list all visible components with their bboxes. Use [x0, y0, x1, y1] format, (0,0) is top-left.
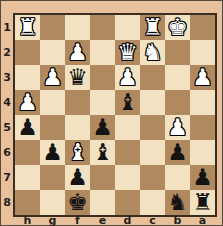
square-e4[interactable] — [90, 90, 115, 115]
square-a1[interactable] — [190, 15, 215, 40]
file-label-c: c — [140, 215, 165, 226]
white-rook-c1: ♜ — [140, 15, 165, 40]
rank-label-5: 5 — [1, 115, 12, 140]
square-h1[interactable]: ♜ — [15, 15, 40, 40]
chess-board: ♜♜♚♟♛♞♟♛♟♟♟♝♟♟♟♟♝♝♟♟♟♚♞♜ — [13, 13, 217, 217]
square-c2[interactable]: ♞ — [140, 40, 165, 65]
square-h6[interactable] — [15, 140, 40, 165]
square-c7[interactable] — [140, 165, 165, 190]
black-queen-f3: ♛ — [65, 65, 90, 90]
square-e1[interactable] — [90, 15, 115, 40]
square-f3[interactable]: ♛ — [65, 65, 90, 90]
square-f8[interactable]: ♚ — [65, 190, 90, 215]
square-d5[interactable] — [115, 115, 140, 140]
file-label-f: f — [65, 215, 90, 226]
square-g1[interactable] — [40, 15, 65, 40]
file-label-a: a — [190, 215, 215, 226]
black-bishop-e6: ♝ — [90, 140, 115, 165]
square-e2[interactable] — [90, 40, 115, 65]
square-h3[interactable] — [15, 65, 40, 90]
rank-label-2: 2 — [1, 40, 12, 65]
square-h2[interactable] — [15, 40, 40, 65]
square-e7[interactable] — [90, 165, 115, 190]
square-b8[interactable]: ♞ — [165, 190, 190, 215]
square-c3[interactable] — [140, 65, 165, 90]
black-pawn-f7: ♟ — [65, 165, 90, 190]
black-pawn-b6: ♟ — [165, 140, 190, 165]
rank-label-7: 7 — [1, 165, 12, 190]
square-g6[interactable]: ♟ — [40, 140, 65, 165]
white-pawn-d3: ♟ — [115, 65, 140, 90]
black-pawn-e5: ♟ — [90, 115, 115, 140]
square-h4[interactable]: ♟ — [15, 90, 40, 115]
file-labels: hgfedcba — [15, 215, 215, 226]
square-a5[interactable] — [190, 115, 215, 140]
square-c6[interactable] — [140, 140, 165, 165]
square-d6[interactable] — [115, 140, 140, 165]
white-pawn-a3: ♟ — [190, 65, 215, 90]
rank-label-4: 4 — [1, 90, 12, 115]
square-c8[interactable] — [140, 190, 165, 215]
square-g3[interactable]: ♟ — [40, 65, 65, 90]
white-bishop-f6: ♝ — [65, 140, 90, 165]
square-e6[interactable]: ♝ — [90, 140, 115, 165]
square-a4[interactable] — [190, 90, 215, 115]
square-g7[interactable] — [40, 165, 65, 190]
square-a7[interactable]: ♟ — [190, 165, 215, 190]
square-b2[interactable] — [165, 40, 190, 65]
square-f6[interactable]: ♝ — [65, 140, 90, 165]
rank-label-8: 8 — [1, 190, 12, 215]
white-king-b1: ♚ — [165, 15, 190, 40]
black-rook-a8: ♜ — [190, 190, 215, 215]
square-d7[interactable] — [115, 165, 140, 190]
square-a3[interactable]: ♟ — [190, 65, 215, 90]
rank-label-6: 6 — [1, 140, 12, 165]
square-h5[interactable]: ♟ — [15, 115, 40, 140]
square-d4[interactable]: ♝ — [115, 90, 140, 115]
square-d2[interactable]: ♛ — [115, 40, 140, 65]
square-h8[interactable] — [15, 190, 40, 215]
square-f2[interactable]: ♟ — [65, 40, 90, 65]
square-d3[interactable]: ♟ — [115, 65, 140, 90]
black-knight-b8: ♞ — [165, 190, 190, 215]
square-f7[interactable]: ♟ — [65, 165, 90, 190]
rank-labels: 12345678 — [1, 15, 12, 215]
white-knight-c2: ♞ — [140, 40, 165, 65]
square-f1[interactable] — [65, 15, 90, 40]
white-pawn-g3: ♟ — [40, 65, 65, 90]
white-queen-d2: ♛ — [115, 40, 140, 65]
file-label-b: b — [165, 215, 190, 226]
square-b6[interactable]: ♟ — [165, 140, 190, 165]
black-king-f8: ♚ — [65, 190, 90, 215]
white-rook-h1: ♜ — [15, 15, 40, 40]
square-g2[interactable] — [40, 40, 65, 65]
square-c5[interactable] — [140, 115, 165, 140]
square-f4[interactable] — [65, 90, 90, 115]
square-e5[interactable]: ♟ — [90, 115, 115, 140]
white-pawn-f2: ♟ — [65, 40, 90, 65]
white-pawn-h4: ♟ — [15, 90, 40, 115]
square-g8[interactable] — [40, 190, 65, 215]
square-d8[interactable] — [115, 190, 140, 215]
square-e3[interactable] — [90, 65, 115, 90]
square-b3[interactable] — [165, 65, 190, 90]
square-c4[interactable] — [140, 90, 165, 115]
square-g4[interactable] — [40, 90, 65, 115]
black-pawn-g6: ♟ — [40, 140, 65, 165]
rank-label-3: 3 — [1, 65, 12, 90]
rank-label-1: 1 — [1, 15, 12, 40]
square-h7[interactable] — [15, 165, 40, 190]
file-label-e: e — [90, 215, 115, 226]
square-a8[interactable]: ♜ — [190, 190, 215, 215]
chessboard-frame: 12345678 ♜♜♚♟♛♞♟♛♟♟♟♝♟♟♟♟♝♝♟♟♟♚♞♜ hgfedc… — [0, 0, 223, 226]
file-label-g: g — [40, 215, 65, 226]
square-b4[interactable] — [165, 90, 190, 115]
file-label-d: d — [115, 215, 140, 226]
square-e8[interactable] — [90, 190, 115, 215]
square-b1[interactable]: ♚ — [165, 15, 190, 40]
black-pawn-h5: ♟ — [15, 115, 40, 140]
square-b5[interactable]: ♟ — [165, 115, 190, 140]
white-pawn-b5: ♟ — [165, 115, 190, 140]
square-a6[interactable] — [190, 140, 215, 165]
black-pawn-a7: ♟ — [190, 165, 215, 190]
file-label-h: h — [15, 215, 40, 226]
square-g5[interactable] — [40, 115, 65, 140]
square-b7[interactable] — [165, 165, 190, 190]
square-c1[interactable]: ♜ — [140, 15, 165, 40]
square-f5[interactable] — [65, 115, 90, 140]
square-a2[interactable] — [190, 40, 215, 65]
black-bishop-d4: ♝ — [115, 90, 140, 115]
square-d1[interactable] — [115, 15, 140, 40]
